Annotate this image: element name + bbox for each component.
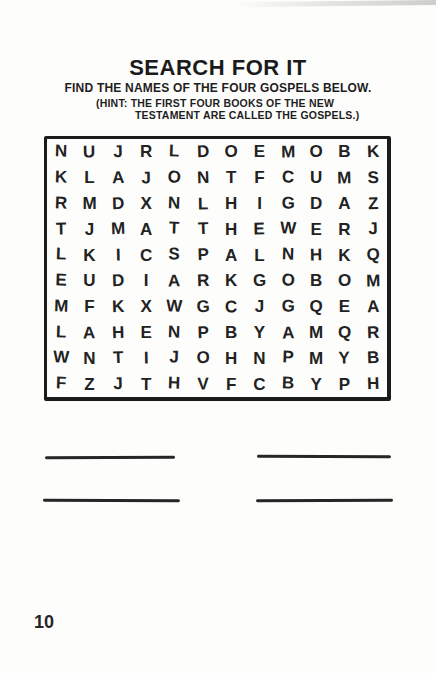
- grid-cell-r1c1: N: [47, 138, 76, 165]
- grid-cell-r3c5: N: [160, 190, 189, 217]
- grid-cell-r3c11: A: [330, 191, 358, 217]
- grid-cell-r1c5: L: [160, 138, 189, 165]
- hint-line-2: TESTAMENT ARE CALLED THE GOSPELS.): [96, 110, 359, 122]
- grid-cell-r10c1: F: [47, 370, 76, 397]
- grid-cell-r7c2: F: [75, 294, 103, 320]
- grid-cell-r6c8: G: [245, 268, 273, 294]
- answer-blank-1: [45, 456, 175, 460]
- grid-cell-r4c3: M: [103, 216, 132, 243]
- grid-cell-r6c11: O: [330, 268, 358, 294]
- grid-cell-r3c10: D: [302, 191, 330, 217]
- grid-cell-r6c6: R: [188, 267, 217, 294]
- grid-cell-r4c5: T: [160, 215, 189, 242]
- grid-cell-r3c9: G: [273, 190, 302, 217]
- grid-cell-r9c10: M: [302, 345, 330, 371]
- grid-cell-r9c5: J: [160, 344, 189, 371]
- grid-cell-r8c9: A: [273, 320, 302, 346]
- grid-cell-r3c8: I: [245, 191, 273, 217]
- grid-cell-r4c2: J: [75, 216, 103, 242]
- grid-cell-r2c3: A: [103, 164, 132, 191]
- grid-cell-r7c10: Q: [302, 294, 330, 320]
- grid-cell-r6c9: O: [273, 267, 302, 294]
- grid-cell-r6c1: E: [47, 267, 76, 294]
- grid-cell-r1c4: R: [132, 139, 160, 165]
- grid-cell-r4c7: H: [217, 216, 245, 242]
- grid-cell-r10c9: B: [273, 370, 302, 397]
- grid-cell-r4c8: E: [245, 217, 274, 243]
- instructions-text: FIND THE NAMES OF THE FOUR GOSPELS BELOW…: [0, 81, 436, 95]
- answer-blank-4: [256, 499, 393, 502]
- grid-cell-r10c8: C: [245, 371, 273, 397]
- answer-blank-2: [257, 455, 391, 458]
- grid-cell-r10c3: J: [103, 371, 132, 398]
- page-number: 10: [34, 612, 54, 633]
- grid-cell-r5c2: K: [75, 242, 103, 268]
- grid-cell-r5c9: N: [273, 241, 302, 268]
- scan-artifact: [236, 0, 436, 7]
- grid-cell-r3c4: X: [132, 191, 160, 217]
- grid-cell-r1c6: D: [188, 139, 217, 166]
- grid-cell-r5c10: H: [302, 242, 331, 268]
- grid-cell-r8c10: M: [302, 320, 330, 346]
- grid-cell-r9c3: T: [103, 345, 132, 372]
- grid-cell-r1c9: M: [273, 139, 302, 165]
- grid-cell-r5c8: L: [245, 242, 273, 268]
- grid-cell-r2c1: K: [47, 164, 76, 191]
- grid-cell-r3c7: H: [217, 191, 245, 217]
- grid-cell-r7c3: K: [103, 293, 132, 320]
- grid-cell-r2c5: O: [160, 164, 189, 191]
- grid-cell-r1c2: U: [75, 139, 104, 165]
- grid-cell-r2c4: J: [132, 165, 161, 191]
- grid-cell-r2c2: L: [75, 165, 103, 191]
- grid-cell-r7c12: A: [358, 293, 387, 320]
- grid-cell-r9c8: N: [245, 345, 273, 371]
- grid-cell-r4c1: T: [47, 217, 76, 243]
- grid-cell-r2c10: U: [302, 165, 330, 191]
- grid-cell-r10c5: H: [160, 370, 189, 397]
- grid-cell-r8c4: E: [132, 320, 160, 346]
- hint-text: (HINT: THE FIRST FOUR BOOKS OF THE NEW T…: [96, 98, 359, 121]
- grid-cell-r8c5: N: [160, 319, 189, 346]
- grid-cell-r5c4: C: [132, 242, 160, 268]
- grid-cell-r10c4: T: [132, 371, 160, 397]
- grid-cell-r8c2: A: [75, 320, 104, 346]
- grid-cell-r1c10: O: [302, 139, 330, 165]
- grid-cell-r8c6: P: [188, 319, 217, 346]
- grid-cell-r7c8: J: [245, 294, 273, 320]
- grid-cell-r9c6: O: [188, 345, 217, 372]
- grid-cell-r2c12: S: [358, 164, 387, 191]
- grid-cell-r7c7: C: [217, 294, 246, 320]
- grid-cell-r6c4: I: [132, 268, 160, 294]
- grid-cell-r8c8: Y: [245, 320, 273, 346]
- grid-cell-r8c11: Q: [330, 320, 358, 346]
- grid-cell-r9c12: B: [358, 345, 387, 372]
- grid-cell-r1c3: J: [103, 139, 132, 166]
- grid-cell-r9c7: H: [217, 345, 245, 371]
- grid-cell-r6c5: A: [160, 268, 189, 294]
- grid-cell-r5c1: L: [47, 241, 76, 268]
- grid-cell-r3c6: L: [188, 191, 217, 217]
- grid-cell-r1c11: B: [330, 139, 358, 165]
- grid-cell-r6c3: D: [103, 267, 132, 294]
- grid-cell-r3c3: D: [103, 190, 132, 217]
- grid-cell-r4c6: T: [188, 216, 217, 243]
- grid-cell-r4c10: E: [302, 216, 330, 242]
- grid-cell-r8c3: H: [103, 319, 132, 346]
- grid-cell-r10c2: Z: [75, 371, 103, 397]
- grid-cell-r4c11: R: [330, 216, 358, 242]
- grid-cell-r7c9: G: [273, 293, 302, 320]
- grid-cell-r7c5: W: [160, 293, 189, 320]
- grid-cell-r10c12: H: [358, 371, 387, 398]
- grid-cell-r7c6: G: [188, 293, 217, 320]
- grid-cell-r5c11: K: [330, 242, 358, 268]
- grid-cell-r1c7: O: [217, 139, 245, 165]
- worksheet-page: SEARCH FOR IT FIND THE NAMES OF THE FOUR…: [0, 0, 436, 673]
- grid-cell-r7c4: X: [132, 294, 160, 320]
- grid-cell-r6c10: B: [302, 268, 330, 294]
- grid-cell-r4c4: A: [132, 216, 160, 242]
- grid-cell-r2c9: C: [273, 164, 302, 191]
- grid-cell-r6c12: M: [358, 268, 387, 294]
- grid-cell-r1c8: E: [245, 139, 273, 165]
- grid-cell-r10c11: P: [330, 371, 358, 397]
- grid-cell-r9c1: W: [47, 344, 76, 371]
- hint-line-1: (HINT: THE FIRST FOUR BOOKS OF THE NEW: [96, 98, 359, 110]
- grid-cell-r9c9: P: [273, 344, 302, 371]
- grid-cell-r6c7: K: [217, 268, 245, 294]
- grid-cell-r2c6: N: [188, 164, 217, 191]
- page-title: SEARCH FOR IT: [0, 55, 436, 81]
- grid-cell-r3c12: Z: [358, 190, 387, 217]
- grid-cell-r9c4: I: [132, 346, 161, 372]
- grid-cell-r5c6: P: [188, 242, 217, 269]
- grid-cell-r9c2: N: [75, 345, 103, 371]
- grid-cell-r5c3: I: [103, 242, 132, 268]
- grid-cell-r5c12: Q: [358, 242, 387, 269]
- answer-blank-3: [43, 499, 180, 503]
- grid-cell-r10c7: F: [217, 371, 245, 397]
- grid-cell-r8c7: B: [217, 320, 245, 346]
- grid-cell-r3c1: R: [47, 190, 76, 217]
- grid-cell-r4c12: J: [358, 216, 387, 243]
- grid-cell-r10c6: V: [188, 371, 217, 397]
- grid-cell-r2c8: F: [245, 165, 273, 191]
- grid-cell-r5c7: A: [217, 242, 245, 268]
- grid-cell-r1c12: K: [358, 139, 387, 166]
- grid-cell-r8c12: R: [358, 319, 387, 346]
- grid-cell-r7c11: E: [330, 294, 358, 320]
- grid-cell-r2c11: M: [330, 165, 359, 191]
- grid-cell-r3c2: M: [75, 191, 103, 217]
- grid-cell-r2c7: T: [217, 165, 245, 191]
- grid-cell-r10c10: Y: [302, 371, 330, 397]
- grid-cell-r8c1: L: [47, 319, 76, 346]
- grid-cell-r5c5: S: [160, 241, 189, 268]
- grid-cell-r6c2: U: [75, 268, 103, 294]
- grid-cell-r4c9: W: [273, 215, 302, 242]
- word-search-grid: NUJRLDOEMOBKKLAJONTFCUMSRMDXNLHIGDAZTJMA…: [44, 136, 391, 401]
- grid-cell-r7c1: M: [47, 293, 76, 320]
- grid-cell-r9c11: Y: [330, 346, 359, 372]
